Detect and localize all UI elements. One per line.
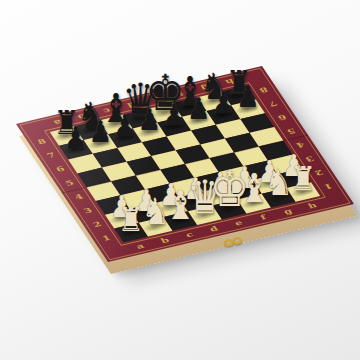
black-pawn-glyph: ♟: [162, 100, 186, 130]
black-pawn-glyph: ♟: [113, 111, 137, 141]
chess-set-photo: aa88bb77cc66dd55ee44ff33gg22hh11 ♜♞♝♛♚♝♞…: [0, 0, 360, 360]
black-pawn-glyph: ♟: [212, 88, 236, 118]
pieces-layer: ♜♞♝♛♚♝♞♜♟♟♟♟♟♟♟♟♟♟♟♟♟♟♟♟♜♞♝♛♚♝♞♜: [16, 66, 262, 124]
white-knight-glyph: ♞: [265, 165, 293, 201]
black-pawn-glyph: ♟: [138, 105, 162, 135]
chess-board: aa88bb77cc66dd55ee44ff33gg22hh11 ♜♞♝♛♚♝♞…: [16, 66, 354, 262]
black-pawn-glyph: ♟: [64, 123, 88, 153]
black-pawn-glyph: ♟: [187, 94, 211, 124]
black-pawn-glyph: ♟: [89, 117, 113, 147]
white-rook-glyph: ♜: [118, 203, 144, 236]
black-pawn-glyph: ♟: [236, 82, 260, 112]
white-rook-glyph: ♜: [290, 162, 316, 195]
